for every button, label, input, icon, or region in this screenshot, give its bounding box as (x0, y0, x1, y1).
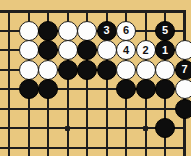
white-stone (19, 60, 39, 80)
white-stone (58, 21, 78, 41)
black-stone: 3 (97, 21, 117, 41)
white-stone (97, 40, 117, 60)
move-number-label: 3 (103, 25, 109, 36)
white-stone (116, 60, 136, 80)
black-stone (77, 60, 97, 80)
black-stone (136, 79, 156, 99)
white-stone (175, 40, 192, 60)
grid-line-v (8, 10, 10, 157)
black-stone (58, 60, 78, 80)
white-stone (155, 60, 175, 80)
white-stone (19, 21, 39, 41)
black-stone: 1 (155, 40, 175, 60)
black-stone (97, 60, 117, 80)
black-stone (175, 99, 192, 119)
black-stone: 7 (175, 60, 192, 80)
white-stone: 2 (136, 40, 156, 60)
move-number-label: 6 (123, 25, 129, 36)
move-number-label: 2 (142, 45, 148, 56)
white-stone (136, 60, 156, 80)
white-stone: 4 (116, 40, 136, 60)
move-number-label: 7 (181, 64, 187, 75)
white-stone (38, 60, 58, 80)
star-point (143, 126, 148, 131)
black-stone (19, 79, 39, 99)
white-stone (77, 21, 97, 41)
black-stone (155, 79, 175, 99)
white-stone (58, 40, 78, 60)
white-stone: 6 (116, 21, 136, 41)
black-stone (77, 40, 97, 60)
black-stone (38, 21, 58, 41)
black-stone (116, 79, 136, 99)
white-stone (19, 40, 39, 60)
move-number-label: 1 (162, 45, 168, 56)
black-stone (38, 40, 58, 60)
star-point (65, 126, 70, 131)
move-number-label: 4 (123, 45, 129, 56)
go-board[interactable]: 3654217 (0, 0, 191, 156)
black-stone (38, 79, 58, 99)
move-number-label: 5 (162, 25, 168, 36)
white-stone (175, 79, 192, 99)
black-stone: 5 (155, 21, 175, 41)
black-stone (155, 118, 175, 138)
